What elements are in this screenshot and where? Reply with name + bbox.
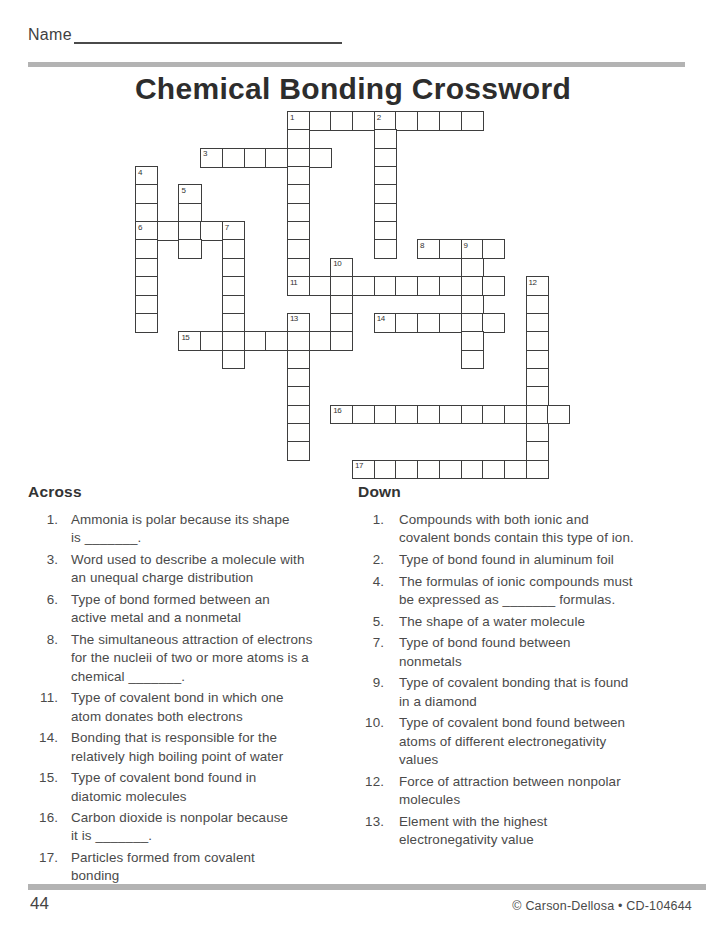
clue-across-number: 17.: [28, 849, 58, 886]
clue-across-text: Carbon dioxide is nonpolar becauseit is …: [71, 809, 288, 846]
clue-down-number: 1.: [358, 511, 384, 548]
clue-down-2: 2.Type of bond found in aluminum foil: [358, 551, 704, 569]
clue-down-10: 10.Type of covalent bond found betweenat…: [358, 714, 704, 769]
grid-cell-r0c9[interactable]: [330, 111, 353, 131]
grid-cell-r9c16[interactable]: [482, 276, 505, 296]
grid-cell-r7c4[interactable]: [222, 239, 245, 259]
clue-down-13: 13.Element with the highestelectronegati…: [358, 813, 704, 850]
clue-down-text: The shape of a water molecule: [399, 613, 585, 631]
clue-across-number: 3.: [28, 551, 58, 588]
clue-down-4: 4.The formulas of ionic compounds mustbe…: [358, 573, 704, 610]
grid-cell-r8c4[interactable]: [222, 258, 245, 278]
grid-cell-r16c16[interactable]: [482, 405, 505, 425]
grid-cell-r8c0[interactable]: [135, 258, 158, 278]
clue-down-text: Type of covalent bonding that is foundin…: [399, 674, 628, 711]
grid-cell-r5c0[interactable]: [135, 203, 158, 223]
clue-down-number: 10.: [358, 714, 384, 769]
grid-cell-r0c8[interactable]: [309, 111, 332, 131]
grid-cell-r12c9[interactable]: [330, 331, 353, 351]
grid-cell-r2c7[interactable]: [287, 148, 310, 168]
grid-clue-number-12: 12: [527, 277, 548, 287]
clue-down-number: 9.: [358, 674, 384, 711]
grid-cell-r3c11[interactable]: [374, 166, 397, 186]
grid-cell-r9c10[interactable]: [352, 276, 375, 296]
clue-down-7: 7.Type of bond found betweennonmetals: [358, 634, 704, 671]
grid-cell-r6c2[interactable]: [178, 221, 201, 241]
grid-cell-r12c15[interactable]: [461, 331, 484, 351]
grid-cell-r2c5[interactable]: [244, 148, 267, 168]
grid-cell-r15c18[interactable]: [526, 386, 549, 406]
grid-cell-r11c13[interactable]: [417, 313, 440, 333]
grid-cell-r11c11[interactable]: 14: [374, 313, 397, 333]
grid-cell-r6c1[interactable]: [157, 221, 180, 241]
page-title: Chemical Bonding Crossword: [0, 72, 706, 106]
grid-cell-r7c15[interactable]: 9: [461, 239, 484, 259]
grid-cell-r19c10[interactable]: 17: [352, 460, 375, 480]
clue-down-text: Type of covalent bond found betweenatoms…: [399, 714, 625, 769]
grid-cell-r4c11[interactable]: [374, 184, 397, 204]
copyright: © Carson-Dellosa • CD-104644: [512, 899, 692, 913]
clue-across-text: Ammonia is polar because its shapeis ___…: [71, 511, 290, 548]
clue-across-1: 1.Ammonia is polar because its shapeis _…: [28, 511, 352, 548]
grid-cell-r18c7[interactable]: [287, 441, 310, 461]
grid-clue-number-1: 1: [288, 112, 309, 122]
grid-cell-r9c7[interactable]: 11: [287, 276, 310, 296]
grid-cell-r11c16[interactable]: [482, 313, 505, 333]
grid-cell-r4c7[interactable]: [287, 184, 310, 204]
grid-cell-r5c2[interactable]: [178, 203, 201, 223]
grid-cell-r0c10[interactable]: [352, 111, 375, 131]
grid-clue-number-7: 7: [223, 222, 244, 232]
bottom-divider-bar: [28, 884, 706, 890]
grid-cell-r12c7[interactable]: [287, 331, 310, 351]
clue-across-text: Type of bond formed between anactive met…: [71, 591, 270, 628]
grid-cell-r7c16[interactable]: [482, 239, 505, 259]
clue-down-text: Type of bond found in aluminum foil: [399, 551, 614, 569]
grid-cell-r12c6[interactable]: [265, 331, 288, 351]
grid-clue-number-14: 14: [375, 314, 396, 324]
clue-across-number: 6.: [28, 591, 58, 628]
grid-cell-r13c4[interactable]: [222, 350, 245, 370]
grid-clue-number-16: 16: [331, 406, 352, 416]
page-number: 44: [30, 894, 49, 914]
clue-down-text: Compounds with both ionic andcovalent bo…: [399, 511, 634, 548]
grid-cell-r8c9[interactable]: 10: [330, 258, 353, 278]
clue-down-number: 13.: [358, 813, 384, 850]
grid-cell-r12c5[interactable]: [244, 331, 267, 351]
grid-cell-r6c4[interactable]: 7: [222, 221, 245, 241]
grid-cell-r2c4[interactable]: [222, 148, 245, 168]
grid-cell-r16c14[interactable]: [439, 405, 462, 425]
clue-across-text: Bonding that is responsible for therelat…: [71, 729, 283, 766]
name-input-line[interactable]: [74, 26, 342, 44]
grid-cell-r9c9[interactable]: [330, 276, 353, 296]
down-clues-section: Down 1.Compounds with both ionic andcova…: [358, 483, 704, 853]
grid-clue-number-15: 15: [179, 332, 200, 342]
grid-cell-r9c13[interactable]: [417, 276, 440, 296]
grid-clue-number-17: 17: [353, 461, 374, 471]
grid-cell-r11c0[interactable]: [135, 313, 158, 333]
grid-cell-r13c15[interactable]: [461, 350, 484, 370]
clue-across-14: 14.Bonding that is responsible for there…: [28, 729, 352, 766]
grid-clue-number-4: 4: [136, 167, 157, 177]
grid-clue-number-10: 10: [331, 259, 352, 269]
grid-cell-r16c12[interactable]: [395, 405, 418, 425]
clue-across-text: Word used to describe a molecule withan …: [71, 551, 304, 588]
grid-cell-r19c18[interactable]: [526, 460, 549, 480]
name-row: Name: [28, 26, 342, 44]
clue-down-number: 12.: [358, 773, 384, 810]
clue-down-number: 4.: [358, 573, 384, 610]
clue-across-11: 11.Type of covalent bond in which oneato…: [28, 689, 352, 726]
grid-cell-r17c7[interactable]: [287, 423, 310, 443]
clue-across-text: The simultaneous attraction of electrons…: [71, 631, 312, 686]
grid-cell-r12c8[interactable]: [309, 331, 332, 351]
clue-across-8: 8.The simultaneous attraction of electro…: [28, 631, 352, 686]
clue-down-text: Force of attraction between nonpolarmole…: [399, 773, 621, 810]
grid-cell-r7c14[interactable]: [439, 239, 462, 259]
clue-across-number: 14.: [28, 729, 58, 766]
clue-across-15: 15.Type of covalent bond found indiatomi…: [28, 769, 352, 806]
clue-down-number: 5.: [358, 613, 384, 631]
grid-cell-r11c15[interactable]: [461, 313, 484, 333]
across-header: Across: [28, 483, 352, 501]
clue-down-5: 5.The shape of a water molecule: [358, 613, 704, 631]
clue-across-number: 16.: [28, 809, 58, 846]
clue-down-number: 2.: [358, 551, 384, 569]
grid-cell-r0c13[interactable]: [417, 111, 440, 131]
grid-cell-r5c11[interactable]: [374, 203, 397, 223]
grid-cell-r16c13[interactable]: [417, 405, 440, 425]
grid-cell-r13c7[interactable]: [287, 350, 310, 370]
grid-cell-r7c13[interactable]: 8: [417, 239, 440, 259]
grid-cell-r1c7[interactable]: [287, 129, 310, 149]
grid-cell-r11c12[interactable]: [395, 313, 418, 333]
grid-cell-r8c15[interactable]: [461, 258, 484, 278]
grid-cell-r19c16[interactable]: [482, 460, 505, 480]
grid-cell-r11c7[interactable]: 13: [287, 313, 310, 333]
grid-cell-r12c2[interactable]: 15: [178, 331, 201, 351]
clue-down-1: 1.Compounds with both ionic andcovalent …: [358, 511, 704, 548]
grid-cell-r19c17[interactable]: [504, 460, 527, 480]
grid-cell-r10c4[interactable]: [222, 295, 245, 315]
grid-cell-r19c14[interactable]: [439, 460, 462, 480]
grid-clue-number-3: 3: [201, 149, 222, 159]
grid-cell-r9c18[interactable]: 12: [526, 276, 549, 296]
across-clues-section: Across 1.Ammonia is polar because its sh…: [28, 483, 352, 889]
grid-cell-r19c11[interactable]: [374, 460, 397, 480]
down-clue-list: 1.Compounds with both ionic andcovalent …: [358, 511, 704, 849]
grid-cell-r9c4[interactable]: [222, 276, 245, 296]
grid-cell-r0c12[interactable]: [395, 111, 418, 131]
down-header: Down: [358, 483, 704, 501]
grid-cell-r14c7[interactable]: [287, 368, 310, 388]
grid-cell-r0c15[interactable]: [461, 111, 484, 131]
clue-across-number: 8.: [28, 631, 58, 686]
clue-across-3: 3.Word used to describe a molecule witha…: [28, 551, 352, 588]
grid-cell-r2c8[interactable]: [309, 148, 332, 168]
grid-cell-r5c7[interactable]: [287, 203, 310, 223]
grid-cell-r9c8[interactable]: [309, 276, 332, 296]
grid-cell-r10c9[interactable]: [330, 295, 353, 315]
grid-cell-r16c17[interactable]: [504, 405, 527, 425]
grid-cell-r11c18[interactable]: [526, 313, 549, 333]
grid-cell-r9c14[interactable]: [439, 276, 462, 296]
grid-cell-r0c11[interactable]: 2: [374, 111, 397, 131]
grid-cell-r9c11[interactable]: [374, 276, 397, 296]
clue-across-text: Particles formed from covalentbonding: [71, 849, 255, 886]
grid-cell-r9c15[interactable]: [461, 276, 484, 296]
grid-cell-r9c12[interactable]: [395, 276, 418, 296]
grid-cell-r4c0[interactable]: [135, 184, 158, 204]
grid-clue-number-2: 2: [375, 112, 396, 122]
grid-cell-r11c14[interactable]: [439, 313, 462, 333]
grid-cell-r19c15[interactable]: [461, 460, 484, 480]
grid-cell-r10c15[interactable]: [461, 295, 484, 315]
grid-cell-r12c3[interactable]: [200, 331, 223, 351]
grid-cell-r9c0[interactable]: [135, 276, 158, 296]
clue-across-17: 17.Particles formed from covalentbonding: [28, 849, 352, 886]
grid-cell-r16c9[interactable]: 16: [330, 405, 353, 425]
grid-clue-number-6: 6: [136, 222, 157, 232]
name-label: Name: [28, 26, 72, 44]
grid-cell-r7c7[interactable]: [287, 239, 310, 259]
grid-cell-r2c6[interactable]: [265, 148, 288, 168]
grid-cell-r19c13[interactable]: [417, 460, 440, 480]
clue-across-text: Type of covalent bond found indiatomic m…: [71, 769, 256, 806]
clue-down-text: Element with the highestelectronegativit…: [399, 813, 547, 850]
grid-cell-r16c10[interactable]: [352, 405, 375, 425]
grid-cell-r14c18[interactable]: [526, 368, 549, 388]
grid-cell-r16c15[interactable]: [461, 405, 484, 425]
grid-cell-r0c7[interactable]: 1: [287, 111, 310, 131]
grid-cell-r13c18[interactable]: [526, 350, 549, 370]
grid-cell-r0c14[interactable]: [439, 111, 462, 131]
clue-down-text: Type of bond found betweennonmetals: [399, 634, 571, 671]
grid-cell-r8c7[interactable]: [287, 258, 310, 278]
crossword-grid: 1234567891011121314151617: [135, 111, 572, 480]
clue-across-number: 1.: [28, 511, 58, 548]
grid-cell-r12c4[interactable]: [222, 331, 245, 351]
grid-cell-r12c18[interactable]: [526, 331, 549, 351]
grid-cell-r16c11[interactable]: [374, 405, 397, 425]
grid-cell-r10c18[interactable]: [526, 295, 549, 315]
grid-cell-r18c18[interactable]: [526, 441, 549, 461]
grid-cell-r6c7[interactable]: [287, 221, 310, 241]
grid-cell-r17c18[interactable]: [526, 423, 549, 443]
grid-cell-r2c3[interactable]: 3: [200, 148, 223, 168]
grid-cell-r7c11[interactable]: [374, 239, 397, 259]
clue-down-12: 12.Force of attraction between nonpolarm…: [358, 773, 704, 810]
grid-cell-r6c0[interactable]: 6: [135, 221, 158, 241]
clue-down-9: 9.Type of covalent bonding that is found…: [358, 674, 704, 711]
grid-cell-r7c2[interactable]: [178, 239, 201, 259]
grid-clue-number-13: 13: [288, 314, 309, 324]
grid-clue-number-8: 8: [418, 240, 439, 250]
grid-cell-r16c18[interactable]: [526, 405, 549, 425]
grid-cell-r11c4[interactable]: [222, 313, 245, 333]
grid-cell-r4c2[interactable]: 5: [178, 184, 201, 204]
clue-across-number: 11.: [28, 689, 58, 726]
grid-cell-r2c11[interactable]: [374, 148, 397, 168]
grid-cell-r16c7[interactable]: [287, 405, 310, 425]
grid-cell-r7c0[interactable]: [135, 239, 158, 259]
clue-across-6: 6.Type of bond formed between anactive m…: [28, 591, 352, 628]
grid-cell-r1c11[interactable]: [374, 129, 397, 149]
grid-cell-r11c9[interactable]: [330, 313, 353, 333]
clue-down-text: The formulas of ionic compounds mustbe e…: [399, 573, 633, 610]
grid-cell-r3c7[interactable]: [287, 166, 310, 186]
grid-cell-r10c0[interactable]: [135, 295, 158, 315]
across-clue-list: 1.Ammonia is polar because its shapeis _…: [28, 511, 352, 886]
grid-cell-r19c12[interactable]: [395, 460, 418, 480]
grid-clue-number-11: 11: [288, 277, 309, 287]
clue-across-number: 15.: [28, 769, 58, 806]
grid-cell-r6c11[interactable]: [374, 221, 397, 241]
clue-across-text: Type of covalent bond in which oneatom d…: [71, 689, 284, 726]
top-divider-bar: [28, 62, 685, 67]
clue-down-number: 7.: [358, 634, 384, 671]
grid-cell-r15c7[interactable]: [287, 386, 310, 406]
grid-cell-r6c3[interactable]: [200, 221, 223, 241]
clue-across-16: 16.Carbon dioxide is nonpolar becauseit …: [28, 809, 352, 846]
grid-clue-number-5: 5: [179, 185, 200, 195]
grid-cell-r3c0[interactable]: 4: [135, 166, 158, 186]
grid-cell-r16c19[interactable]: [547, 405, 570, 425]
grid-clue-number-9: 9: [462, 240, 483, 250]
